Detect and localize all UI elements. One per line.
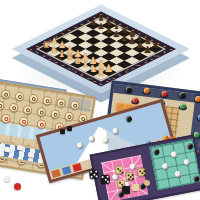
black-die xyxy=(100,175,110,185)
stone xyxy=(193,175,200,182)
xiangqi-piece xyxy=(1,113,11,123)
xiangqi-piece xyxy=(56,98,66,108)
xiangqi-piece xyxy=(0,100,5,110)
die-pip xyxy=(144,174,146,176)
wood-die xyxy=(137,168,146,177)
xiangqi-piece xyxy=(36,119,46,129)
backgammon-piece xyxy=(4,147,11,153)
die-pip xyxy=(128,178,130,180)
loose-round-piece xyxy=(144,180,150,186)
marble xyxy=(198,114,200,121)
wood-die xyxy=(125,172,134,181)
xiangqi-piece-mark xyxy=(53,112,58,117)
black-die xyxy=(89,169,99,179)
xiangqi-piece-mark xyxy=(25,107,30,112)
loose-round-piece xyxy=(14,183,21,190)
xiangqi-piece-mark xyxy=(0,103,2,108)
xiangqi-piece xyxy=(9,102,19,112)
loose-cube-piece xyxy=(60,129,65,134)
die-pip xyxy=(131,174,133,176)
die-pip xyxy=(91,175,93,177)
xiangqi-piece-mark xyxy=(4,116,9,121)
die-pip xyxy=(102,176,104,178)
die-pip xyxy=(143,170,145,172)
backgammon-piece xyxy=(28,152,35,158)
xiangqi-piece-mark xyxy=(59,101,64,106)
loose-cube-piece xyxy=(122,186,130,194)
wood-die xyxy=(115,166,124,175)
xiangqi-piece xyxy=(50,109,60,119)
game-set-photo: ♜♞♝♛♚♝♞♜♟♟♟♟♟♟♟♟♟♟♟♟♟♟♟♟♜♞♝♛♚♝♞♜ xyxy=(0,0,200,200)
die-pip xyxy=(90,171,92,173)
track-cell xyxy=(51,169,61,178)
die-pip xyxy=(107,180,109,182)
xiangqi-piece-mark xyxy=(11,105,16,110)
die-pip xyxy=(104,178,106,180)
race-piece xyxy=(76,142,83,149)
loose-round-piece xyxy=(4,176,10,182)
die-pip xyxy=(95,175,97,177)
dice-group xyxy=(85,162,151,200)
marble xyxy=(195,96,200,103)
xiangqi-piece-mark xyxy=(73,103,78,108)
xiangqi-piece xyxy=(42,96,52,106)
stone xyxy=(174,171,181,178)
xiangqi-piece-mark xyxy=(21,119,26,124)
xiangqi-piece-mark xyxy=(17,94,22,99)
die-pip xyxy=(132,178,134,180)
xiangqi-piece-mark xyxy=(39,110,44,115)
die-pip xyxy=(121,172,123,174)
die-pip xyxy=(93,173,95,175)
xiangqi-piece xyxy=(28,93,38,103)
xiangqi-piece xyxy=(64,111,74,121)
track-cell xyxy=(62,166,72,175)
backgammon-piece xyxy=(17,145,24,151)
xiangqi-piece xyxy=(36,107,46,117)
xiangqi-piece xyxy=(19,116,29,126)
xiangqi-piece-mark xyxy=(31,96,36,101)
xiangqi-piece xyxy=(22,105,32,115)
stone xyxy=(162,163,169,170)
xiangqi-piece-mark xyxy=(39,122,44,127)
die-pip xyxy=(106,176,108,178)
race-piece xyxy=(112,127,119,134)
stone xyxy=(183,159,190,166)
loose-cube-piece xyxy=(132,184,139,191)
stone xyxy=(171,151,178,158)
xiangqi-piece xyxy=(1,89,11,99)
race-piece xyxy=(125,115,132,122)
loose-cube-piece xyxy=(67,126,72,131)
stone xyxy=(153,148,160,155)
track-cell xyxy=(72,163,82,172)
die-pip xyxy=(95,171,97,173)
xiangqi-piece xyxy=(14,91,24,101)
stone xyxy=(186,143,193,150)
xiangqi-piece-mark xyxy=(45,98,50,103)
xiangqi-piece-mark xyxy=(3,92,8,97)
teal-morris-square xyxy=(149,139,200,191)
xiangqi-piece-mark xyxy=(67,114,72,119)
